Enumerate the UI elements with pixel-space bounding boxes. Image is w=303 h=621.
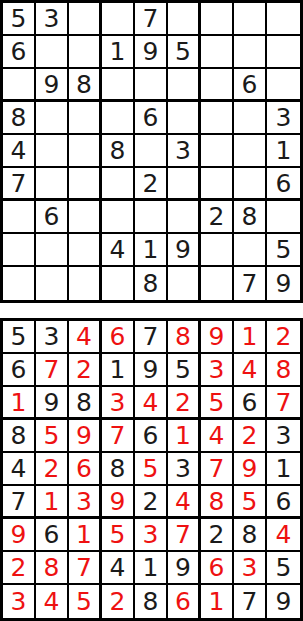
solution-cell-r1c5: 7 <box>135 321 168 354</box>
puzzle-cell-r6c7 <box>201 168 234 201</box>
solution-cell-r1c1: 5 <box>3 321 36 354</box>
solution-cell-r5c9: 1 <box>267 453 300 486</box>
solution-cell-r2c2: 7 <box>36 354 69 387</box>
solution-cell-r5c8: 9 <box>234 453 267 486</box>
puzzle-grid: 537619598686348317266284195879 <box>0 0 303 303</box>
puzzle-cell-r9c4 <box>102 267 135 300</box>
solution-cell-r9c3: 5 <box>69 585 102 618</box>
puzzle-cell-r3c1 <box>3 69 36 102</box>
solution-cell-r7c2: 6 <box>36 519 69 552</box>
puzzle-cell-r4c2 <box>36 102 69 135</box>
puzzle-cell-r4c6 <box>168 102 201 135</box>
solution-cell-r6c7: 8 <box>201 486 234 519</box>
puzzle-cell-r3c2: 9 <box>36 69 69 102</box>
solution-cell-r2c6: 5 <box>168 354 201 387</box>
solution-cell-r6c2: 1 <box>36 486 69 519</box>
puzzle-cell-r3c6 <box>168 69 201 102</box>
puzzle-cell-r5c5 <box>135 135 168 168</box>
puzzle-cell-r9c1 <box>3 267 36 300</box>
solution-cell-r8c4: 4 <box>102 552 135 585</box>
solution-cell-r5c6: 3 <box>168 453 201 486</box>
solution-cell-r3c6: 2 <box>168 387 201 420</box>
solution-cell-r1c2: 3 <box>36 321 69 354</box>
puzzle-cell-r1c8 <box>234 3 267 36</box>
solution-cell-r6c9: 6 <box>267 486 300 519</box>
puzzle-cell-r6c8 <box>234 168 267 201</box>
solution-cell-r4c8: 2 <box>234 420 267 453</box>
puzzle-cell-r8c1 <box>3 234 36 267</box>
puzzle-cell-r5c6: 3 <box>168 135 201 168</box>
puzzle-cell-r2c3 <box>69 36 102 69</box>
solution-cell-r6c5: 2 <box>135 486 168 519</box>
puzzle-cell-r2c4: 1 <box>102 36 135 69</box>
puzzle-cell-r5c1: 4 <box>3 135 36 168</box>
puzzle-cell-r6c3 <box>69 168 102 201</box>
puzzle-cell-r1c7 <box>201 3 234 36</box>
solution-cell-r4c2: 5 <box>36 420 69 453</box>
puzzle-cell-r7c4 <box>102 201 135 234</box>
puzzle-cell-r5c3 <box>69 135 102 168</box>
solution-cell-r4c3: 9 <box>69 420 102 453</box>
solution-cell-r4c1: 8 <box>3 420 36 453</box>
solution-cell-r5c3: 6 <box>69 453 102 486</box>
solution-cell-r2c7: 3 <box>201 354 234 387</box>
solution-cell-r3c7: 5 <box>201 387 234 420</box>
puzzle-cell-r4c3 <box>69 102 102 135</box>
puzzle-cell-r7c7: 2 <box>201 201 234 234</box>
puzzle-cell-r7c1 <box>3 201 36 234</box>
puzzle-cell-r2c5: 9 <box>135 36 168 69</box>
puzzle-cell-r8c6: 9 <box>168 234 201 267</box>
puzzle-cell-r1c1: 5 <box>3 3 36 36</box>
puzzle-cell-r9c9: 9 <box>267 267 300 300</box>
solution-cell-r2c3: 2 <box>69 354 102 387</box>
solution-cell-r4c5: 6 <box>135 420 168 453</box>
solution-cell-r8c6: 9 <box>168 552 201 585</box>
puzzle-cell-r4c5: 6 <box>135 102 168 135</box>
puzzle-cell-r9c5: 8 <box>135 267 168 300</box>
solution-cell-r5c2: 2 <box>36 453 69 486</box>
puzzle-cell-r1c5: 7 <box>135 3 168 36</box>
puzzle-cell-r2c9 <box>267 36 300 69</box>
puzzle-cell-r8c5: 1 <box>135 234 168 267</box>
solution-cell-r2c1: 6 <box>3 354 36 387</box>
solution-cell-r7c6: 7 <box>168 519 201 552</box>
solution-cell-r4c9: 3 <box>267 420 300 453</box>
solution-cell-r2c4: 1 <box>102 354 135 387</box>
puzzle-cell-r7c5 <box>135 201 168 234</box>
solution-cell-r8c7: 6 <box>201 552 234 585</box>
puzzle-cell-r5c2 <box>36 135 69 168</box>
solution-cell-r7c9: 4 <box>267 519 300 552</box>
solution-cell-r4c6: 1 <box>168 420 201 453</box>
solution-cell-r8c1: 2 <box>3 552 36 585</box>
puzzle-cell-r4c7 <box>201 102 234 135</box>
puzzle-cell-r3c3: 8 <box>69 69 102 102</box>
puzzle-cell-r5c8 <box>234 135 267 168</box>
solution-cell-r5c5: 5 <box>135 453 168 486</box>
solution-cell-r7c5: 3 <box>135 519 168 552</box>
solution-cell-r1c6: 8 <box>168 321 201 354</box>
puzzle-cell-r1c3 <box>69 3 102 36</box>
solution-cell-r7c7: 2 <box>201 519 234 552</box>
solution-cell-r3c8: 6 <box>234 387 267 420</box>
puzzle-cell-r7c3 <box>69 201 102 234</box>
puzzle-cell-r8c7 <box>201 234 234 267</box>
puzzle-cell-r7c8: 8 <box>234 201 267 234</box>
solution-cell-r1c7: 9 <box>201 321 234 354</box>
solution-cell-r8c9: 5 <box>267 552 300 585</box>
puzzle-cell-r6c9: 6 <box>267 168 300 201</box>
solution-cell-r9c1: 3 <box>3 585 36 618</box>
sudoku-diagram: 537619598686348317266284195879 534678912… <box>0 0 303 621</box>
puzzle-cell-r2c2 <box>36 36 69 69</box>
puzzle-cell-r8c9: 5 <box>267 234 300 267</box>
puzzle-cell-r8c3 <box>69 234 102 267</box>
puzzle-cell-r4c1: 8 <box>3 102 36 135</box>
solution-cell-r6c3: 3 <box>69 486 102 519</box>
solution-cell-r9c8: 7 <box>234 585 267 618</box>
solution-cell-r1c8: 1 <box>234 321 267 354</box>
solution-cell-r5c1: 4 <box>3 453 36 486</box>
solution-cell-r7c3: 1 <box>69 519 102 552</box>
puzzle-cell-r7c2: 6 <box>36 201 69 234</box>
solution-cell-r9c7: 1 <box>201 585 234 618</box>
puzzle-cell-r9c8: 7 <box>234 267 267 300</box>
solution-cell-r9c5: 8 <box>135 585 168 618</box>
solution-cell-r8c2: 8 <box>36 552 69 585</box>
puzzle-cell-r7c9 <box>267 201 300 234</box>
solution-cell-r9c9: 9 <box>267 585 300 618</box>
solution-cell-r2c5: 9 <box>135 354 168 387</box>
solution-cell-r2c9: 8 <box>267 354 300 387</box>
solution-cell-r6c8: 5 <box>234 486 267 519</box>
solution-cell-r7c4: 5 <box>102 519 135 552</box>
solution-cell-r9c6: 6 <box>168 585 201 618</box>
solution-cell-r7c1: 9 <box>3 519 36 552</box>
puzzle-cell-r5c7 <box>201 135 234 168</box>
puzzle-cell-r9c6 <box>168 267 201 300</box>
solution-cell-r4c4: 7 <box>102 420 135 453</box>
solution-cell-r9c2: 4 <box>36 585 69 618</box>
puzzle-cell-r2c1: 6 <box>3 36 36 69</box>
solution-cell-r3c9: 7 <box>267 387 300 420</box>
solution-cell-r4c7: 4 <box>201 420 234 453</box>
puzzle-cell-r1c9 <box>267 3 300 36</box>
solution-cell-r6c4: 9 <box>102 486 135 519</box>
puzzle-cell-r2c8 <box>234 36 267 69</box>
puzzle-cell-r1c2: 3 <box>36 3 69 36</box>
puzzle-cell-r9c3 <box>69 267 102 300</box>
puzzle-cell-r6c6 <box>168 168 201 201</box>
solution-cell-r1c3: 4 <box>69 321 102 354</box>
puzzle-cell-r3c5 <box>135 69 168 102</box>
solution-cell-r7c8: 8 <box>234 519 267 552</box>
puzzle-cell-r3c7 <box>201 69 234 102</box>
puzzle-cell-r7c6 <box>168 201 201 234</box>
puzzle-cell-r1c4 <box>102 3 135 36</box>
puzzle-cell-r3c4 <box>102 69 135 102</box>
solution-cell-r9c4: 2 <box>102 585 135 618</box>
puzzle-cell-r8c2 <box>36 234 69 267</box>
puzzle-cell-r5c4: 8 <box>102 135 135 168</box>
solution-cell-r3c2: 9 <box>36 387 69 420</box>
puzzle-cell-r4c8 <box>234 102 267 135</box>
puzzle-cell-r6c4 <box>102 168 135 201</box>
solution-cell-r3c1: 1 <box>3 387 36 420</box>
solution-cell-r6c1: 7 <box>3 486 36 519</box>
puzzle-cell-r2c6: 5 <box>168 36 201 69</box>
solution-cell-r8c5: 1 <box>135 552 168 585</box>
solution-cell-r1c4: 6 <box>102 321 135 354</box>
solution-cell-r5c4: 8 <box>102 453 135 486</box>
puzzle-cell-r5c9: 1 <box>267 135 300 168</box>
solution-cell-r3c3: 8 <box>69 387 102 420</box>
puzzle-cell-r8c8 <box>234 234 267 267</box>
puzzle-cell-r3c9 <box>267 69 300 102</box>
solution-cell-r3c4: 3 <box>102 387 135 420</box>
solution-grid: 5346789126721953481983425678597614234268… <box>0 318 303 621</box>
puzzle-cell-r4c4 <box>102 102 135 135</box>
solution-cell-r3c5: 4 <box>135 387 168 420</box>
puzzle-cell-r9c7 <box>201 267 234 300</box>
puzzle-cell-r8c4: 4 <box>102 234 135 267</box>
puzzle-cell-r6c2 <box>36 168 69 201</box>
puzzle-cell-r6c5: 2 <box>135 168 168 201</box>
solution-cell-r2c8: 4 <box>234 354 267 387</box>
solution-cell-r8c3: 7 <box>69 552 102 585</box>
solution-cell-r1c9: 2 <box>267 321 300 354</box>
solution-cell-r5c7: 7 <box>201 453 234 486</box>
solution-cell-r8c8: 3 <box>234 552 267 585</box>
puzzle-cell-r2c7 <box>201 36 234 69</box>
puzzle-cell-r1c6 <box>168 3 201 36</box>
puzzle-cell-r6c1: 7 <box>3 168 36 201</box>
puzzle-cell-r3c8: 6 <box>234 69 267 102</box>
solution-cell-r6c6: 4 <box>168 486 201 519</box>
puzzle-cell-r9c2 <box>36 267 69 300</box>
puzzle-cell-r4c9: 3 <box>267 102 300 135</box>
